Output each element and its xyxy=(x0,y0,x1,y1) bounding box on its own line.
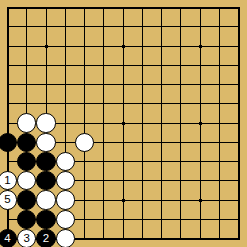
board-stones[interactable]: 15432 xyxy=(0,0,247,247)
stone-white[interactable] xyxy=(56,152,75,171)
stone-white[interactable] xyxy=(56,171,75,190)
stone-white[interactable]: 5 xyxy=(0,190,17,209)
stone-white[interactable]: 3 xyxy=(17,229,36,247)
stone-white[interactable] xyxy=(36,133,55,152)
stone-black[interactable]: 2 xyxy=(36,229,55,247)
move-number-label: 5 xyxy=(4,194,10,206)
move-number-label: 4 xyxy=(4,232,10,244)
stone-black[interactable]: 4 xyxy=(0,229,17,247)
move-number-label: 3 xyxy=(24,232,30,244)
move-number-label: 1 xyxy=(4,175,10,187)
stone-white[interactable] xyxy=(36,113,55,132)
stone-white[interactable] xyxy=(56,229,75,247)
stone-white[interactable] xyxy=(56,190,75,209)
stone-black[interactable] xyxy=(36,152,55,171)
stone-white[interactable] xyxy=(75,133,94,152)
go-diagram: 15432 xyxy=(0,0,247,247)
stone-black[interactable] xyxy=(17,190,36,209)
stone-black[interactable] xyxy=(17,133,36,152)
move-number-label: 2 xyxy=(43,232,49,244)
stone-black[interactable] xyxy=(36,171,55,190)
stone-white[interactable]: 1 xyxy=(0,171,17,190)
stone-white[interactable] xyxy=(17,113,36,132)
stone-white[interactable] xyxy=(36,190,55,209)
stone-white[interactable] xyxy=(17,171,36,190)
stone-black[interactable] xyxy=(17,210,36,229)
stone-black[interactable] xyxy=(17,152,36,171)
stone-white[interactable] xyxy=(56,210,75,229)
stone-black[interactable] xyxy=(36,210,55,229)
stone-black[interactable] xyxy=(0,133,17,152)
